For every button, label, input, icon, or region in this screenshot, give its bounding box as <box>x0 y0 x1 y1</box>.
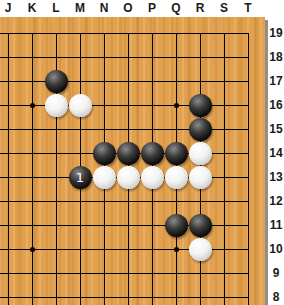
black-stone-Q14 <box>164 141 188 165</box>
black-stone-M13: 1 <box>68 165 92 189</box>
white-stone-icon <box>45 94 68 117</box>
black-stone-icon <box>93 142 116 165</box>
white-stone-P13 <box>140 165 164 189</box>
white-stone-icon <box>93 166 116 189</box>
column-label-Q: Q <box>171 1 180 15</box>
black-stone-icon <box>189 118 212 141</box>
column-label-R: R <box>196 1 205 15</box>
row-label-10: 10 <box>269 242 282 256</box>
white-stone-R14 <box>188 141 212 165</box>
star-point-dot <box>174 247 179 252</box>
column-label-S: S <box>220 1 228 15</box>
white-stone-R10 <box>188 237 212 261</box>
white-stone-icon <box>189 166 212 189</box>
white-stone-icon <box>141 166 164 189</box>
black-stone-icon <box>117 142 140 165</box>
row-label-9: 9 <box>273 266 280 280</box>
white-stone-icon <box>189 238 212 261</box>
black-stone-icon <box>45 70 68 93</box>
column-label-O: O <box>123 1 132 15</box>
column-label-M: M <box>75 1 85 15</box>
black-stone-icon <box>141 142 164 165</box>
white-stone-icon <box>117 166 140 189</box>
row-label-8: 8 <box>273 290 280 304</box>
row-label-15: 15 <box>269 122 282 136</box>
black-stone-icon: 1 <box>69 166 92 189</box>
row-label-16: 16 <box>269 98 282 112</box>
white-stone-icon <box>165 166 188 189</box>
black-stone-icon <box>165 142 188 165</box>
column-label-L: L <box>52 1 59 15</box>
star-point-K16 <box>20 93 44 117</box>
black-stone-icon <box>165 214 188 237</box>
black-stone-N14 <box>92 141 116 165</box>
white-stone-icon <box>69 94 92 117</box>
black-stone-icon <box>189 214 212 237</box>
go-board-screenshot: JKLMNOPQRST1918171615141312111098 1 <box>0 0 284 305</box>
black-stone-icon <box>189 94 212 117</box>
star-point-Q10 <box>164 237 188 261</box>
row-label-12: 12 <box>269 194 282 208</box>
black-stone-P14 <box>140 141 164 165</box>
white-stone-N13 <box>92 165 116 189</box>
column-label-P: P <box>148 1 156 15</box>
black-stone-R15 <box>188 117 212 141</box>
row-label-14: 14 <box>269 146 282 160</box>
row-label-18: 18 <box>269 50 282 64</box>
white-stone-O13 <box>116 165 140 189</box>
stone-grid: 1 <box>0 21 260 305</box>
star-point-K10 <box>20 237 44 261</box>
board-edge-shadow <box>265 20 268 305</box>
star-point-dot <box>30 247 35 252</box>
black-stone-Q11 <box>164 213 188 237</box>
row-label-19: 19 <box>269 26 282 40</box>
black-stone-R11 <box>188 213 212 237</box>
white-stone-M16 <box>68 93 92 117</box>
column-label-T: T <box>244 1 251 15</box>
black-stone-L17 <box>44 69 68 93</box>
row-label-17: 17 <box>269 74 282 88</box>
column-label-J: J <box>5 1 12 15</box>
white-stone-R13 <box>188 165 212 189</box>
star-point-dot <box>174 103 179 108</box>
row-label-11: 11 <box>270 218 283 232</box>
white-stone-Q13 <box>164 165 188 189</box>
white-stone-icon <box>189 142 212 165</box>
row-label-13: 13 <box>269 170 282 184</box>
column-label-N: N <box>100 1 109 15</box>
black-stone-O14 <box>116 141 140 165</box>
star-point-Q16 <box>164 93 188 117</box>
column-label-K: K <box>28 1 37 15</box>
star-point-dot <box>30 103 35 108</box>
black-stone-R16 <box>188 93 212 117</box>
white-stone-L16 <box>44 93 68 117</box>
move-number-label: 1 <box>76 171 84 184</box>
